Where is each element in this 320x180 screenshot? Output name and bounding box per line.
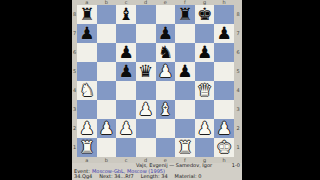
square-b2[interactable]: ♟	[97, 119, 117, 138]
white-rook-piece[interactable]: ♜	[177, 138, 192, 157]
square-a8[interactable]: ♜	[77, 5, 97, 24]
rank-label-6: 6	[234, 43, 242, 62]
square-d8[interactable]	[136, 5, 156, 24]
square-a2[interactable]: ♟	[77, 119, 97, 138]
square-d5[interactable]: ♛	[136, 62, 156, 81]
square-g3[interactable]	[195, 100, 215, 119]
square-f8[interactable]: ♜	[175, 5, 195, 24]
square-c3[interactable]	[116, 100, 136, 119]
square-e6[interactable]: ♞	[156, 43, 176, 62]
square-a1[interactable]: ♜	[77, 138, 97, 157]
square-e5[interactable]: ♟	[156, 62, 176, 81]
square-f6[interactable]	[175, 43, 195, 62]
square-d4[interactable]	[136, 81, 156, 100]
square-g1[interactable]	[195, 138, 215, 157]
white-bishop-piece[interactable]: ♝	[158, 100, 173, 119]
square-e8[interactable]	[156, 5, 176, 24]
black-pawn-piece[interactable]: ♟	[118, 62, 133, 81]
square-h4[interactable]	[214, 81, 234, 100]
square-g6[interactable]: ♟	[195, 43, 215, 62]
white-pawn-piece[interactable]: ♟	[118, 119, 133, 138]
black-pawn-piece[interactable]: ♟	[217, 24, 232, 43]
game-length: Length: 34	[141, 174, 168, 180]
last-move: 34.Qg4	[74, 174, 92, 180]
black-pawn-piece[interactable]: ♟	[79, 24, 94, 43]
square-b8[interactable]	[97, 5, 117, 24]
square-f2[interactable]	[175, 119, 195, 138]
square-h5[interactable]	[214, 62, 234, 81]
white-rook-piece[interactable]: ♜	[79, 138, 94, 157]
game-result: 1-0	[232, 163, 240, 169]
square-b5[interactable]	[97, 62, 117, 81]
white-pawn-piece[interactable]: ♟	[99, 119, 114, 138]
square-h2[interactable]: ♟	[214, 119, 234, 138]
square-a5[interactable]	[77, 62, 97, 81]
square-a4[interactable]: ♞	[77, 81, 97, 100]
black-bishop-piece[interactable]: ♝	[118, 5, 133, 24]
white-queen-piece[interactable]: ♛	[197, 81, 212, 100]
rank-label-2: 2	[234, 119, 242, 138]
black-pawn-piece[interactable]: ♟	[197, 43, 212, 62]
board-panel: abcdefgh abcdefgh 87654321 87654321 ♜♝♜♚…	[72, 0, 242, 180]
white-pawn-piece[interactable]: ♟	[217, 119, 232, 138]
rank-label-3: 3	[234, 100, 242, 119]
square-f4[interactable]	[175, 81, 195, 100]
rank-label-1: 1	[234, 138, 242, 157]
square-h7[interactable]: ♟	[214, 24, 234, 43]
black-rook-piece[interactable]: ♜	[79, 5, 94, 24]
square-d1[interactable]	[136, 138, 156, 157]
white-pawn-piece[interactable]: ♟	[138, 100, 153, 119]
square-g5[interactable]	[195, 62, 215, 81]
rank-label-4: 4	[234, 81, 242, 100]
square-b3[interactable]	[97, 100, 117, 119]
square-b4[interactable]	[97, 81, 117, 100]
rank-label-7: 7	[234, 24, 242, 43]
square-h6[interactable]	[214, 43, 234, 62]
square-e3[interactable]: ♝	[156, 100, 176, 119]
square-h3[interactable]	[214, 100, 234, 119]
square-f1[interactable]: ♜	[175, 138, 195, 157]
square-c4[interactable]	[116, 81, 136, 100]
square-f3[interactable]	[175, 100, 195, 119]
square-g4[interactable]: ♛	[195, 81, 215, 100]
square-a7[interactable]: ♟	[77, 24, 97, 43]
rank-label-5: 5	[234, 62, 242, 81]
rank-labels-right: 87654321	[234, 5, 242, 157]
square-e2[interactable]	[156, 119, 176, 138]
white-pawn-piece[interactable]: ♟	[79, 119, 94, 138]
square-c2[interactable]: ♟	[116, 119, 136, 138]
square-b1[interactable]	[97, 138, 117, 157]
square-f7[interactable]	[175, 24, 195, 43]
square-c6[interactable]: ♟	[116, 43, 136, 62]
square-a3[interactable]	[77, 100, 97, 119]
square-h8[interactable]	[214, 5, 234, 24]
square-g8[interactable]: ♚	[195, 5, 215, 24]
black-king-piece[interactable]: ♚	[197, 5, 212, 24]
square-h1[interactable]: ♚	[214, 138, 234, 157]
square-d2[interactable]	[136, 119, 156, 138]
square-c8[interactable]: ♝	[116, 5, 136, 24]
square-c7[interactable]	[116, 24, 136, 43]
square-e4[interactable]	[156, 81, 176, 100]
rank-label-8: 8	[234, 5, 242, 24]
square-d7[interactable]	[136, 24, 156, 43]
black-knight-piece[interactable]: ♞	[158, 43, 173, 62]
white-knight-piece[interactable]: ♞	[79, 81, 94, 100]
white-pawn-piece[interactable]: ♟	[197, 119, 212, 138]
black-pawn-piece[interactable]: ♟	[118, 43, 133, 62]
square-d6[interactable]	[136, 43, 156, 62]
next-move: Next: 34...Rf7	[99, 174, 133, 180]
white-king-piece[interactable]: ♚	[217, 138, 232, 157]
square-e1[interactable]	[156, 138, 176, 157]
square-e7[interactable]: ♟	[156, 24, 176, 43]
black-rook-piece[interactable]: ♜	[177, 5, 192, 24]
square-c1[interactable]	[116, 138, 136, 157]
square-c5[interactable]: ♟	[116, 62, 136, 81]
square-d3[interactable]: ♟	[136, 100, 156, 119]
square-b7[interactable]	[97, 24, 117, 43]
move-info-line: 34.Qg4 Next: 34...Rf7 Length: 34 Materia…	[72, 174, 242, 180]
black-queen-piece[interactable]: ♛	[138, 62, 153, 81]
game-info-footer: Vajs, Evgenij — Samedov, Igor 1-0 Event:…	[72, 163, 242, 180]
square-b6[interactable]	[97, 43, 117, 62]
material-balance: Material: 0	[175, 174, 202, 180]
square-f5[interactable]: ♟	[175, 62, 195, 81]
app-window: abcdefgh abcdefgh 87654321 87654321 ♜♝♜♚…	[0, 0, 320, 180]
white-pawn-piece[interactable]: ♟	[158, 62, 173, 81]
square-g2[interactable]: ♟	[195, 119, 215, 138]
black-pawn-piece[interactable]: ♟	[177, 62, 192, 81]
chess-board[interactable]: ♜♝♜♚♟♟♟♟♞♟♟♛♟♟♞♛♟♝♟♟♟♟♟♜♜♚	[77, 5, 234, 157]
square-a6[interactable]	[77, 43, 97, 62]
square-g7[interactable]	[195, 24, 215, 43]
black-pawn-piece[interactable]: ♟	[158, 24, 173, 43]
